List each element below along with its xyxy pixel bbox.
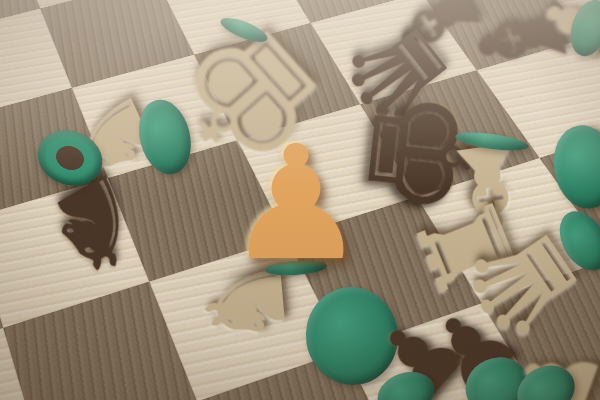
photo-frame: ♚♝♝♟♛♞♚♝♝♞♜♛♞♟♟♟♟ bbox=[0, 0, 600, 400]
standing-pawn: ♟ bbox=[225, 124, 367, 282]
pieces-layer: ♚♝♝♟♛♞♚♝♝♞♜♛♞♟♟♟♟ bbox=[0, 0, 600, 400]
